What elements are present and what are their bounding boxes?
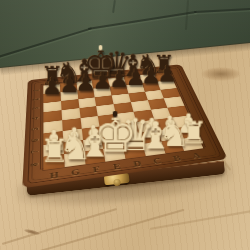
rank-label: 2	[31, 98, 41, 101]
photo-scene: ♜♞♝♚♛♝♞♜♟♟♟♟♟♟♟♟♟♟♟♟♟♟♟♟♜♞♝♚♛♝♞♜ H G F E…	[0, 0, 250, 250]
chess-board: ♜♞♝♚♛♝♞♜♟♟♟♟♟♟♟♟♟♟♟♟♟♟♟♟♜♞♝♚♛♝♞♜ H G F E…	[22, 64, 228, 188]
file-label: H	[50, 171, 59, 180]
board-perspective-wrap: ♜♞♝♚♛♝♞♜♟♟♟♟♟♟♟♟♟♟♟♟♟♟♟♟♜♞♝♚♛♝♞♜ H G F E…	[0, 0, 250, 250]
rank-label: 8	[28, 162, 40, 167]
piece-black-pawn: ♟	[41, 74, 62, 98]
square-h8: ♜	[43, 154, 64, 170]
rank-label: 5	[30, 127, 41, 131]
rank-label: 6	[29, 138, 40, 142]
square-g4	[61, 108, 80, 120]
piece-white-rook: ♜	[39, 135, 68, 167]
square-a3	[161, 88, 181, 99]
square-h3	[43, 101, 61, 112]
rank-label: 1	[31, 89, 41, 92]
rank-label: 3	[30, 107, 40, 110]
